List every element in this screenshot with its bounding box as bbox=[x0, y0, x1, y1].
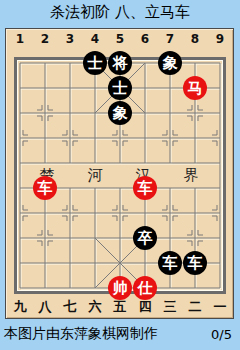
file-label-bottom-6: 四 bbox=[132, 298, 158, 316]
file-label-top-6: 6 bbox=[132, 32, 158, 46]
file-label-bottom-8: 二 bbox=[182, 298, 208, 316]
piece-black-general[interactable]: 将 bbox=[108, 51, 132, 75]
piece-black-elephant[interactable]: 象 bbox=[158, 51, 182, 75]
piece-black-chariot[interactable]: 车 bbox=[183, 251, 207, 275]
xiangqi-board-panel: 123456789 楚河汉界 士将象士马象车车卒车车帅仕 九八七六五四三二一 bbox=[5, 28, 234, 319]
file-label-bottom-2: 八 bbox=[32, 298, 58, 316]
page-title: 杀法初阶 八、立马车 bbox=[0, 3, 240, 22]
file-label-top-4: 4 bbox=[82, 32, 108, 46]
file-label-top-5: 5 bbox=[107, 32, 133, 46]
file-label-top-3: 3 bbox=[57, 32, 83, 46]
piece-red-chariot[interactable]: 车 bbox=[133, 176, 157, 200]
piece-black-advisor[interactable]: 士 bbox=[108, 76, 132, 100]
board-point-grid[interactable]: 士将象士马象车车卒车车帅仕 bbox=[8, 51, 233, 301]
file-label-bottom-4: 六 bbox=[82, 298, 108, 316]
piece-red-advisor[interactable]: 仕 bbox=[133, 276, 157, 300]
file-label-top-9: 9 bbox=[207, 32, 233, 46]
file-label-top-1: 1 bbox=[7, 32, 33, 46]
piece-black-advisor[interactable]: 士 bbox=[83, 51, 107, 75]
file-label-bottom-3: 七 bbox=[57, 298, 83, 316]
file-label-top-7: 7 bbox=[157, 32, 183, 46]
xiangqi-puzzle-page: { "game": "xiangqi", "title": "杀法初阶 八、立马… bbox=[0, 0, 240, 350]
piece-red-horse[interactable]: 马 bbox=[183, 76, 207, 100]
piece-black-elephant[interactable]: 象 bbox=[108, 101, 132, 125]
file-label-bottom-7: 三 bbox=[157, 298, 183, 316]
file-label-bottom-9: 一 bbox=[207, 298, 233, 316]
piece-red-king[interactable]: 帅 bbox=[108, 276, 132, 300]
file-label-bottom-5: 五 bbox=[107, 298, 133, 316]
file-label-top-8: 8 bbox=[182, 32, 208, 46]
credit-text: 本图片由东萍象棋网制作 bbox=[4, 325, 158, 343]
piece-black-chariot[interactable]: 车 bbox=[158, 251, 182, 275]
move-counter: 0/5 bbox=[211, 327, 232, 342]
piece-black-soldier[interactable]: 卒 bbox=[133, 226, 157, 250]
file-label-bottom-1: 九 bbox=[7, 298, 33, 316]
piece-red-chariot[interactable]: 车 bbox=[33, 176, 57, 200]
file-label-top-2: 2 bbox=[32, 32, 58, 46]
